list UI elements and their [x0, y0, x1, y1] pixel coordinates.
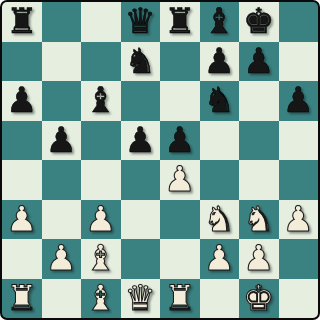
square-f6[interactable]: ♞ [200, 81, 240, 121]
square-d2[interactable] [121, 239, 161, 279]
square-a3[interactable]: ♟ [2, 200, 42, 240]
square-d5[interactable]: ♟ [121, 121, 161, 161]
square-c4[interactable] [81, 160, 121, 200]
square-c6[interactable]: ♝ [81, 81, 121, 121]
square-h7[interactable] [279, 42, 319, 82]
square-e6[interactable] [160, 81, 200, 121]
square-b4[interactable] [42, 160, 82, 200]
square-a1[interactable]: ♜ [2, 279, 42, 319]
square-g5[interactable] [239, 121, 279, 161]
square-a7[interactable] [2, 42, 42, 82]
square-g8[interactable]: ♚ [239, 2, 279, 42]
square-g4[interactable] [239, 160, 279, 200]
square-a6[interactable]: ♟ [2, 81, 42, 121]
square-d7[interactable]: ♞ [121, 42, 161, 82]
chess-board-frame: ♜♛♜♝♚♞♟♟♟♝♞♟♟♟♟♟♟♟♞♞♟♟♝♟♟♜♝♛♜♚ [0, 0, 320, 320]
square-c1[interactable]: ♝ [81, 279, 121, 319]
piece-black-pawn: ♟ [283, 83, 314, 118]
piece-black-bishop: ♝ [85, 83, 116, 118]
piece-white-king: ♚ [243, 281, 274, 316]
square-h4[interactable] [279, 160, 319, 200]
piece-black-pawn: ♟ [125, 123, 156, 158]
piece-white-pawn: ♟ [6, 202, 37, 237]
piece-black-king: ♚ [243, 4, 274, 39]
square-e3[interactable] [160, 200, 200, 240]
square-a5[interactable] [2, 121, 42, 161]
square-c8[interactable] [81, 2, 121, 42]
piece-white-queen: ♛ [125, 281, 156, 316]
piece-black-pawn: ♟ [164, 123, 195, 158]
square-g1[interactable]: ♚ [239, 279, 279, 319]
square-c7[interactable] [81, 42, 121, 82]
piece-white-pawn: ♟ [85, 202, 116, 237]
square-d4[interactable] [121, 160, 161, 200]
square-h8[interactable] [279, 2, 319, 42]
square-b3[interactable] [42, 200, 82, 240]
piece-black-rook: ♜ [164, 4, 195, 39]
square-e2[interactable] [160, 239, 200, 279]
square-d3[interactable] [121, 200, 161, 240]
piece-white-pawn: ♟ [204, 241, 235, 276]
piece-black-pawn: ♟ [46, 123, 77, 158]
square-b1[interactable] [42, 279, 82, 319]
square-h6[interactable]: ♟ [279, 81, 319, 121]
piece-black-pawn: ♟ [6, 83, 37, 118]
piece-black-bishop: ♝ [204, 4, 235, 39]
square-b6[interactable] [42, 81, 82, 121]
square-f2[interactable]: ♟ [200, 239, 240, 279]
square-g3[interactable]: ♞ [239, 200, 279, 240]
square-e7[interactable] [160, 42, 200, 82]
square-e8[interactable]: ♜ [160, 2, 200, 42]
square-d1[interactable]: ♛ [121, 279, 161, 319]
square-g7[interactable]: ♟ [239, 42, 279, 82]
piece-white-knight: ♞ [243, 202, 274, 237]
piece-white-pawn: ♟ [243, 241, 274, 276]
piece-black-queen: ♛ [125, 4, 156, 39]
square-a4[interactable] [2, 160, 42, 200]
piece-white-rook: ♜ [164, 281, 195, 316]
square-g6[interactable] [239, 81, 279, 121]
square-f3[interactable]: ♞ [200, 200, 240, 240]
square-c5[interactable] [81, 121, 121, 161]
piece-white-knight: ♞ [204, 202, 235, 237]
square-c2[interactable]: ♝ [81, 239, 121, 279]
piece-black-knight: ♞ [125, 44, 156, 79]
piece-white-pawn: ♟ [283, 202, 314, 237]
square-f1[interactable] [200, 279, 240, 319]
piece-white-bishop: ♝ [85, 241, 116, 276]
square-a8[interactable]: ♜ [2, 2, 42, 42]
square-h3[interactable]: ♟ [279, 200, 319, 240]
square-e1[interactable]: ♜ [160, 279, 200, 319]
square-b8[interactable] [42, 2, 82, 42]
square-b2[interactable]: ♟ [42, 239, 82, 279]
piece-black-pawn: ♟ [204, 44, 235, 79]
square-f5[interactable] [200, 121, 240, 161]
square-h5[interactable] [279, 121, 319, 161]
piece-black-pawn: ♟ [243, 44, 274, 79]
piece-white-rook: ♜ [6, 281, 37, 316]
square-h1[interactable] [279, 279, 319, 319]
square-b7[interactable] [42, 42, 82, 82]
square-f4[interactable] [200, 160, 240, 200]
square-b5[interactable]: ♟ [42, 121, 82, 161]
square-f7[interactable]: ♟ [200, 42, 240, 82]
square-h2[interactable] [279, 239, 319, 279]
square-g2[interactable]: ♟ [239, 239, 279, 279]
square-d6[interactable] [121, 81, 161, 121]
piece-white-pawn: ♟ [164, 162, 195, 197]
square-e4[interactable]: ♟ [160, 160, 200, 200]
piece-white-pawn: ♟ [46, 241, 77, 276]
square-d8[interactable]: ♛ [121, 2, 161, 42]
square-f8[interactable]: ♝ [200, 2, 240, 42]
chess-board: ♜♛♜♝♚♞♟♟♟♝♞♟♟♟♟♟♟♟♞♞♟♟♝♟♟♜♝♛♜♚ [2, 2, 318, 318]
piece-black-knight: ♞ [204, 83, 235, 118]
square-a2[interactable] [2, 239, 42, 279]
piece-black-rook: ♜ [6, 4, 37, 39]
piece-white-bishop: ♝ [85, 281, 116, 316]
square-e5[interactable]: ♟ [160, 121, 200, 161]
square-c3[interactable]: ♟ [81, 200, 121, 240]
